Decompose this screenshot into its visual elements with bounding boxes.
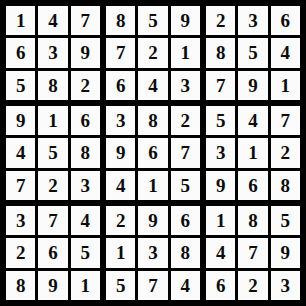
cell-r7c2[interactable]: 7 bbox=[38, 206, 67, 235]
cell-r5c3[interactable]: 8 bbox=[71, 138, 100, 167]
cell-r2c7[interactable]: 8 bbox=[206, 38, 235, 67]
cell-r2c9[interactable]: 4 bbox=[271, 38, 300, 67]
cell-r2c6[interactable]: 1 bbox=[171, 38, 200, 67]
cell-r9c2[interactable]: 9 bbox=[38, 271, 67, 300]
cell-r3c9[interactable]: 1 bbox=[271, 71, 300, 100]
cell-r6c4[interactable]: 4 bbox=[106, 171, 135, 200]
cell-r9c7[interactable]: 6 bbox=[206, 271, 235, 300]
cell-r5c6[interactable]: 7 bbox=[171, 138, 200, 167]
sudoku-block-5: 382967415 bbox=[106, 106, 200, 200]
cell-r6c7[interactable]: 9 bbox=[206, 171, 235, 200]
cell-r6c3[interactable]: 3 bbox=[71, 171, 100, 200]
sudoku-block-7: 374265891 bbox=[6, 206, 100, 300]
cell-r8c1[interactable]: 2 bbox=[6, 238, 35, 267]
cell-r9c1[interactable]: 8 bbox=[6, 271, 35, 300]
cell-r7c4[interactable]: 2 bbox=[106, 206, 135, 235]
cell-r2c8[interactable]: 5 bbox=[238, 38, 267, 67]
cell-r4c4[interactable]: 3 bbox=[106, 106, 135, 135]
cell-r1c7[interactable]: 2 bbox=[206, 6, 235, 35]
sudoku-block-3: 236854791 bbox=[206, 6, 300, 100]
cell-r3c7[interactable]: 7 bbox=[206, 71, 235, 100]
cell-r5c9[interactable]: 2 bbox=[271, 138, 300, 167]
cell-r2c2[interactable]: 3 bbox=[38, 38, 67, 67]
cell-r5c7[interactable]: 3 bbox=[206, 138, 235, 167]
cell-r9c6[interactable]: 4 bbox=[171, 271, 200, 300]
cell-r2c1[interactable]: 6 bbox=[6, 38, 35, 67]
cell-r7c3[interactable]: 4 bbox=[71, 206, 100, 235]
sudoku-board: 1476395828597216432368547919164587233829… bbox=[0, 0, 306, 306]
cell-r3c2[interactable]: 8 bbox=[38, 71, 67, 100]
cell-r3c4[interactable]: 6 bbox=[106, 71, 135, 100]
cell-r5c8[interactable]: 1 bbox=[238, 138, 267, 167]
cell-r6c9[interactable]: 8 bbox=[271, 171, 300, 200]
cell-r1c8[interactable]: 3 bbox=[238, 6, 267, 35]
sudoku-block-6: 547312968 bbox=[206, 106, 300, 200]
cell-r1c1[interactable]: 1 bbox=[6, 6, 35, 35]
cell-r9c5[interactable]: 7 bbox=[138, 271, 167, 300]
cell-r9c3[interactable]: 1 bbox=[71, 271, 100, 300]
cell-r2c4[interactable]: 7 bbox=[106, 38, 135, 67]
cell-r4c3[interactable]: 6 bbox=[71, 106, 100, 135]
cell-r7c7[interactable]: 1 bbox=[206, 206, 235, 235]
cell-r8c2[interactable]: 6 bbox=[38, 238, 67, 267]
cell-r4c7[interactable]: 5 bbox=[206, 106, 235, 135]
cell-r3c5[interactable]: 4 bbox=[138, 71, 167, 100]
sudoku-block-9: 185479623 bbox=[206, 206, 300, 300]
cell-r4c8[interactable]: 4 bbox=[238, 106, 267, 135]
cell-r3c6[interactable]: 3 bbox=[171, 71, 200, 100]
sudoku-block-4: 916458723 bbox=[6, 106, 100, 200]
cell-r2c5[interactable]: 2 bbox=[138, 38, 167, 67]
cell-r6c1[interactable]: 7 bbox=[6, 171, 35, 200]
cell-r1c5[interactable]: 5 bbox=[138, 6, 167, 35]
cell-r7c9[interactable]: 5 bbox=[271, 206, 300, 235]
cell-r4c9[interactable]: 7 bbox=[271, 106, 300, 135]
cell-r1c9[interactable]: 6 bbox=[271, 6, 300, 35]
cell-r1c6[interactable]: 9 bbox=[171, 6, 200, 35]
cell-r8c9[interactable]: 9 bbox=[271, 238, 300, 267]
cell-r4c6[interactable]: 2 bbox=[171, 106, 200, 135]
cell-r4c5[interactable]: 8 bbox=[138, 106, 167, 135]
sudoku-block-2: 859721643 bbox=[106, 6, 200, 100]
cell-r7c1[interactable]: 3 bbox=[6, 206, 35, 235]
cell-r6c6[interactable]: 5 bbox=[171, 171, 200, 200]
cell-r8c8[interactable]: 7 bbox=[238, 238, 267, 267]
sudoku-block-8: 296138574 bbox=[106, 206, 200, 300]
cell-r3c3[interactable]: 2 bbox=[71, 71, 100, 100]
cell-r4c2[interactable]: 1 bbox=[38, 106, 67, 135]
cell-r3c8[interactable]: 9 bbox=[238, 71, 267, 100]
cell-r9c4[interactable]: 5 bbox=[106, 271, 135, 300]
cell-r1c4[interactable]: 8 bbox=[106, 6, 135, 35]
cell-r7c8[interactable]: 8 bbox=[238, 206, 267, 235]
cell-r3c1[interactable]: 5 bbox=[6, 71, 35, 100]
cell-r9c9[interactable]: 3 bbox=[271, 271, 300, 300]
cell-r1c2[interactable]: 4 bbox=[38, 6, 67, 35]
cell-r5c1[interactable]: 4 bbox=[6, 138, 35, 167]
cell-r8c3[interactable]: 5 bbox=[71, 238, 100, 267]
cell-r6c5[interactable]: 1 bbox=[138, 171, 167, 200]
cell-r5c4[interactable]: 9 bbox=[106, 138, 135, 167]
cell-r6c2[interactable]: 2 bbox=[38, 171, 67, 200]
cell-r7c6[interactable]: 6 bbox=[171, 206, 200, 235]
cell-r5c5[interactable]: 6 bbox=[138, 138, 167, 167]
cell-r1c3[interactable]: 7 bbox=[71, 6, 100, 35]
cell-r8c4[interactable]: 1 bbox=[106, 238, 135, 267]
cell-r8c5[interactable]: 3 bbox=[138, 238, 167, 267]
cell-r4c1[interactable]: 9 bbox=[6, 106, 35, 135]
cell-r5c2[interactable]: 5 bbox=[38, 138, 67, 167]
cell-r7c5[interactable]: 9 bbox=[138, 206, 167, 235]
cell-r8c6[interactable]: 8 bbox=[171, 238, 200, 267]
sudoku-block-1: 147639582 bbox=[6, 6, 100, 100]
cell-r2c3[interactable]: 9 bbox=[71, 38, 100, 67]
cell-r6c8[interactable]: 6 bbox=[238, 171, 267, 200]
cell-r8c7[interactable]: 4 bbox=[206, 238, 235, 267]
cell-r9c8[interactable]: 2 bbox=[238, 271, 267, 300]
